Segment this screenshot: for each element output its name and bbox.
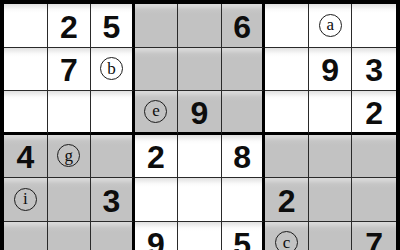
cell-r1c8: a — [309, 4, 353, 48]
cell-r3c4: e — [135, 91, 179, 135]
cell-r5c9[interactable] — [352, 178, 396, 222]
cell-r6c5[interactable] — [178, 222, 222, 250]
cell-r6c1[interactable] — [4, 222, 48, 250]
cell-r3c5: 9 — [178, 91, 222, 135]
cell-r4c8[interactable] — [309, 135, 353, 179]
cell-r3c9: 2 — [352, 91, 396, 135]
cell-r1c4[interactable] — [135, 4, 179, 48]
cell-r5c4[interactable] — [135, 178, 179, 222]
cell-r6c7: c — [265, 222, 309, 250]
circled-letter-g: g — [57, 144, 80, 167]
cell-r1c3: 5 — [91, 4, 135, 48]
cell-r2c6[interactable] — [222, 48, 266, 92]
cell-r4c5[interactable] — [178, 135, 222, 179]
cell-r2c2: 7 — [48, 48, 92, 92]
given-digit: 3 — [365, 51, 383, 86]
cell-r1c5[interactable] — [178, 4, 222, 48]
given-digit: 9 — [147, 225, 165, 250]
cell-r3c2[interactable] — [48, 91, 92, 135]
cell-r4c7[interactable] — [265, 135, 309, 179]
cell-r5c2[interactable] — [48, 178, 92, 222]
cell-r3c6[interactable] — [222, 91, 266, 135]
circled-letter-a: a — [319, 14, 342, 37]
circled-letter-i: i — [14, 188, 37, 211]
cell-r2c1[interactable] — [4, 48, 48, 92]
cell-r6c4: 9 — [135, 222, 179, 250]
cell-r6c9: 7 — [352, 222, 396, 250]
given-digit: 2 — [147, 138, 165, 173]
cell-r3c1[interactable] — [4, 91, 48, 135]
cell-r1c7[interactable] — [265, 4, 309, 48]
cell-r3c7[interactable] — [265, 91, 309, 135]
sudoku-puzzle: 256a7b93e924g28i3295c7 — [0, 0, 400, 250]
cell-r2c9: 3 — [352, 48, 396, 92]
sudoku-board: 256a7b93e924g28i3295c7 — [0, 0, 400, 250]
circled-letter-e: e — [144, 100, 167, 123]
cell-r1c2: 2 — [48, 4, 92, 48]
cell-r1c1[interactable] — [4, 4, 48, 48]
cell-r6c6: 5 — [222, 222, 266, 250]
given-digit: 6 — [233, 8, 251, 43]
circled-letter-c: c — [275, 231, 298, 250]
cell-r4c2: g — [48, 135, 92, 179]
cell-r4c4: 2 — [135, 135, 179, 179]
cell-r1c6: 6 — [222, 4, 266, 48]
given-digit: 2 — [365, 94, 383, 129]
cell-r4c1: 4 — [4, 135, 48, 179]
given-digit: 8 — [233, 138, 251, 173]
cell-r6c2[interactable] — [48, 222, 92, 250]
cell-r3c8[interactable] — [309, 91, 353, 135]
cell-r2c5[interactable] — [178, 48, 222, 92]
given-digit: 7 — [60, 51, 78, 86]
cell-r5c6[interactable] — [222, 178, 266, 222]
cell-r4c3[interactable] — [91, 135, 135, 179]
given-digit: 9 — [191, 94, 209, 129]
given-digit: 2 — [278, 182, 296, 217]
given-digit: 3 — [102, 182, 120, 217]
cell-r5c3: 3 — [91, 178, 135, 222]
cell-r5c5[interactable] — [178, 178, 222, 222]
cell-r4c9[interactable] — [352, 135, 396, 179]
given-digit: 7 — [365, 225, 383, 250]
cell-r3c3[interactable] — [91, 91, 135, 135]
cell-r2c3: b — [91, 48, 135, 92]
cell-r4c6: 8 — [222, 135, 266, 179]
given-digit: 9 — [321, 51, 339, 86]
cell-r2c4[interactable] — [135, 48, 179, 92]
given-digit: 5 — [233, 225, 251, 250]
cell-r5c8[interactable] — [309, 178, 353, 222]
cell-r5c7: 2 — [265, 178, 309, 222]
given-digit: 5 — [102, 8, 120, 43]
cell-r5c1: i — [4, 178, 48, 222]
given-digit: 4 — [16, 138, 34, 173]
cell-r2c7[interactable] — [265, 48, 309, 92]
given-digit: 2 — [60, 8, 78, 43]
cell-r2c8: 9 — [309, 48, 353, 92]
cell-r1c9[interactable] — [352, 4, 396, 48]
cell-r6c8[interactable] — [309, 222, 353, 250]
circled-letter-b: b — [100, 57, 123, 80]
cell-r6c3[interactable] — [91, 222, 135, 250]
